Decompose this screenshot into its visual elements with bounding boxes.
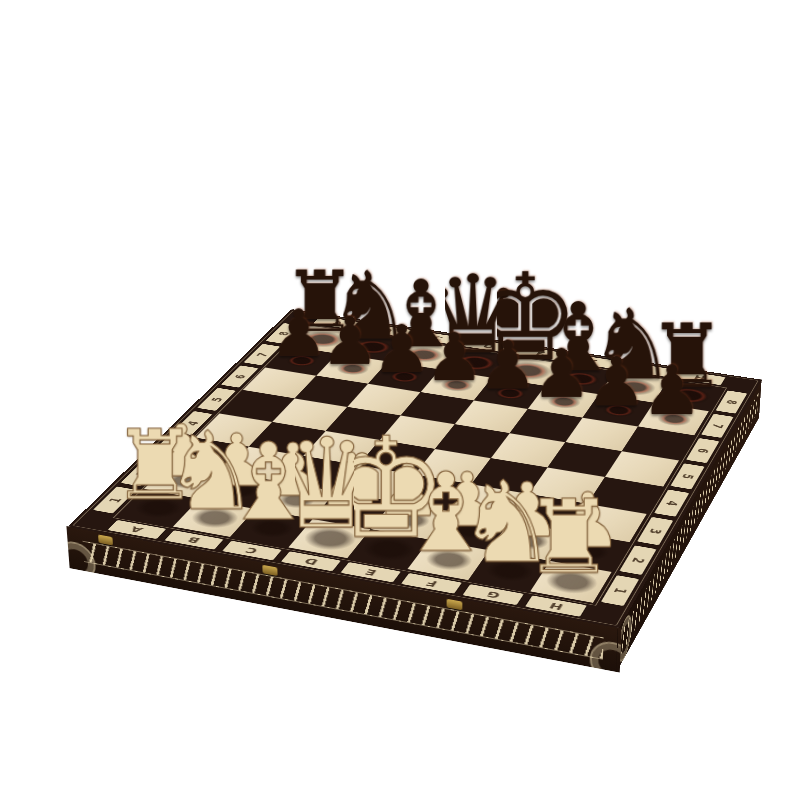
rank-label-right-6-text: 6 <box>695 447 711 453</box>
piece-black-pawn-e7[interactable]: ♟ <box>479 323 536 396</box>
file-label-front-h-text: H <box>547 601 564 611</box>
file-label-front-d-text: D <box>302 557 320 566</box>
file-label-front-g-text: G <box>485 590 502 600</box>
rank-label-left-7-text: 7 <box>254 352 270 357</box>
rank-label-left-5-text: 5 <box>209 396 225 402</box>
file-label-front-e-text: E <box>363 568 378 577</box>
piece-black-pawn-g7[interactable]: ♟ <box>588 339 645 413</box>
black-pawn-glyph: ♟ <box>320 311 379 371</box>
file-label-front-f-text: F <box>424 579 439 588</box>
rank-label-right-7-text: 7 <box>710 423 726 429</box>
chess-board: AABBCCDDEEFFGGHH1122334455667788♜♞♝♛♚♝♞♜… <box>68 309 762 628</box>
product-photo-scene: AABBCCDDEEFFGGHH1122334455667788♜♞♝♛♚♝♞♜… <box>0 0 800 800</box>
piece-black-pawn-b7[interactable]: ♟ <box>322 300 377 371</box>
piece-white-rook-h1[interactable]: ♜ <box>536 477 601 585</box>
black-pawn-glyph: ♟ <box>372 319 431 380</box>
rank-label-right-4-text: 4 <box>663 500 680 507</box>
file-label-front-c-text: C <box>244 546 260 555</box>
rank-label-right-2-text: 2 <box>629 556 647 563</box>
piece-black-pawn-a7[interactable]: ♟ <box>271 292 326 363</box>
piece-black-pawn-h7[interactable]: ♟ <box>643 347 701 421</box>
rank-label-right-8-text: 8 <box>724 399 739 405</box>
file-label-front-b-text: B <box>186 536 203 545</box>
piece-black-pawn-f7[interactable]: ♟ <box>533 331 590 404</box>
file-label-front-a-text: A <box>128 525 145 534</box>
rank-label-right-5-text: 5 <box>679 473 695 480</box>
rank-label-left-6-text: 6 <box>232 374 248 380</box>
rank-label-right-3-text: 3 <box>647 527 664 534</box>
piece-black-pawn-c7[interactable]: ♟ <box>374 308 430 380</box>
rank-label-right-1-text: 1 <box>611 587 629 595</box>
white-rook-glyph: ♜ <box>523 492 614 586</box>
piece-black-pawn-d7[interactable]: ♟ <box>426 315 482 387</box>
